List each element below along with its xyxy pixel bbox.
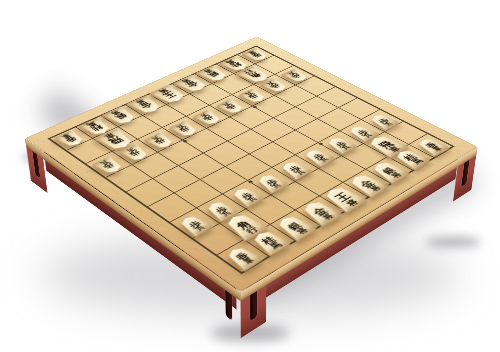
gote-pawn-piece[interactable]: 歩兵 [143,132,176,150]
piece-tile: 歩兵 [192,109,224,126]
piece-kanji-sub: 兵 [195,225,206,232]
piece-kanji-sub: 将 [321,213,335,221]
piece-kanji-sub: 馬 [269,242,283,251]
piece-kanji-sub: 兵 [342,145,352,150]
piece-tile: 歩兵 [215,99,247,116]
piece-kanji-sub: 将 [345,198,360,207]
gote-pawn-piece[interactable]: 歩兵 [280,68,310,83]
piece-kanji-sub: 兵 [175,123,184,128]
piece-kanji-sub: 兵 [364,133,374,138]
sente-pawn-piece[interactable]: 歩兵 [254,172,289,192]
piece-tile: 歩兵 [237,88,268,104]
piece-tile: 歩兵 [367,112,399,129]
piece-tile: 香車 [53,130,87,149]
piece-kanji-sub: 兵 [221,101,230,106]
piece-kanji-sub: 兵 [286,71,295,75]
gote-pawn-piece[interactable]: 歩兵 [215,99,247,116]
piece-kanji-sub: 兵 [150,135,160,140]
piece-kanji-sub: 兵 [198,112,207,117]
pieces-layer: 香車桂馬銀将金将玉将金将銀将桂馬香車飛車角行歩兵歩兵歩兵歩兵歩兵歩兵歩兵歩兵歩兵… [25,36,477,291]
piece-kanji-sub: 将 [390,171,403,178]
piece-kanji-sub: 兵 [296,170,306,176]
piece-tile: 歩兵 [278,159,312,179]
piece-tile: 歩兵 [168,120,200,138]
piece-tile: 歩兵 [254,172,289,192]
piece-kanji-sub: 兵 [125,147,135,152]
piece-kanji-sub: 兵 [320,157,330,163]
sente-lance-piece[interactable]: 香車 [223,245,263,270]
sente-pawn-piece[interactable]: 歩兵 [229,185,265,206]
piece-tile: 歩兵 [280,68,310,83]
piece-kanji-sub: 兵 [265,81,274,85]
piece-tile: 歩兵 [91,156,125,175]
piece-tile: 香車 [223,245,263,270]
sente-pawn-piece[interactable]: 歩兵 [324,135,357,153]
gote-pawn-piece[interactable]: 歩兵 [192,109,224,126]
gote-pawn-piece[interactable]: 歩兵 [237,88,268,104]
piece-tile: 香車 [240,48,270,63]
piece-kanji-sub: 兵 [243,91,252,96]
stage: 香車桂馬銀将金将玉将金将銀将桂馬香車飛車角行歩兵歩兵歩兵歩兵歩兵歩兵歩兵歩兵歩兵… [0,0,500,352]
piece-tile: 歩兵 [229,185,265,206]
sente-pawn-piece[interactable]: 歩兵 [278,159,312,179]
gote-pawn-piece[interactable]: 歩兵 [91,156,125,175]
piece-kanji-sub: 兵 [272,183,282,189]
piece-tile: 歩兵 [324,135,357,153]
gote-pawn-piece[interactable]: 歩兵 [168,120,200,138]
piece-tile: 歩兵 [301,147,335,166]
piece-kanji-sub: 兵 [98,159,108,165]
shogi-set-photo: Overhead three-quarter product photo of … [0,0,500,352]
piece-kanji-sub: 将 [369,185,382,193]
gote-lance-piece[interactable]: 香車 [240,48,270,63]
sente-pawn-piece[interactable]: 歩兵 [176,213,213,236]
piece-tile: 歩兵 [176,213,213,236]
board-surface: 香車桂馬銀将金将玉将金将銀将桂馬香車飛車角行歩兵歩兵歩兵歩兵歩兵歩兵歩兵歩兵歩兵… [25,36,477,291]
piece-kanji-sub: 兵 [384,122,393,127]
sente-pawn-piece[interactable]: 歩兵 [301,147,335,166]
sente-pawn-piece[interactable]: 歩兵 [367,112,399,129]
piece-kanji-sub: 馬 [411,158,424,165]
shogi-board-3d: 香車桂馬銀将金将玉将金将銀将桂馬香車飛車角行歩兵歩兵歩兵歩兵歩兵歩兵歩兵歩兵歩兵… [25,37,477,293]
piece-kanji-sub: 兵 [247,196,257,202]
gote-lance-piece[interactable]: 香車 [53,130,87,149]
piece-kanji-sub: 将 [296,227,310,236]
piece-kanji-sub: 車 [243,257,256,265]
piece-kanji-sub: 兵 [221,211,232,217]
piece-kanji-sub: 車 [246,50,256,55]
piece-tile: 歩兵 [143,132,176,150]
